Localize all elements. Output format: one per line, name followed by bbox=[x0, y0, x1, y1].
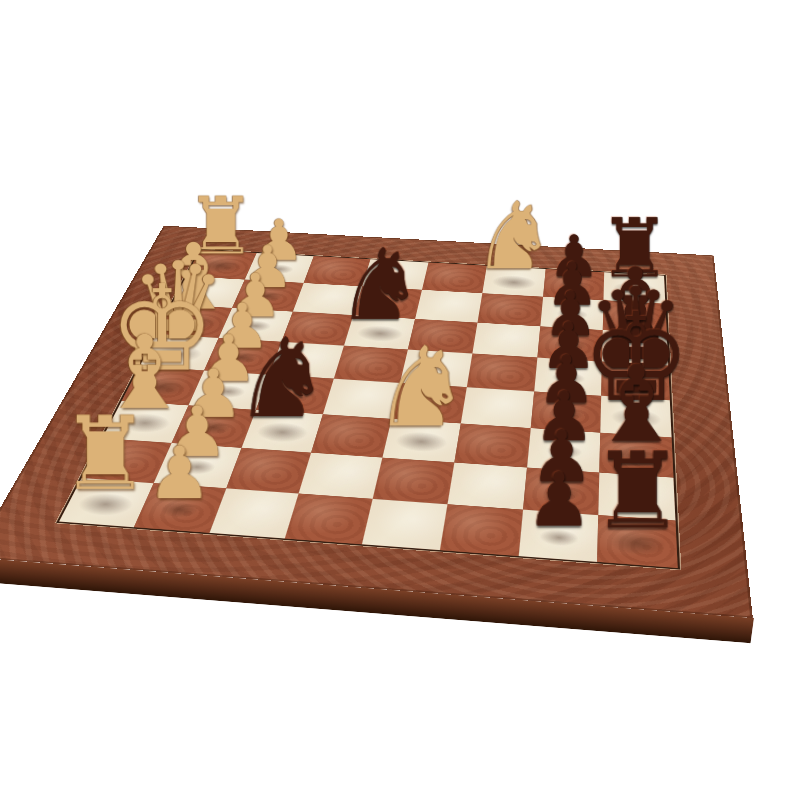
square-e6[interactable] bbox=[461, 387, 534, 428]
square-g5[interactable] bbox=[373, 457, 455, 504]
square-f3[interactable]: ♞ bbox=[241, 410, 323, 453]
white-knight[interactable]: ♞ bbox=[372, 332, 471, 442]
square-g4[interactable] bbox=[299, 452, 383, 499]
square-h5[interactable] bbox=[362, 499, 447, 550]
square-h6[interactable] bbox=[440, 504, 523, 556]
photo-background: ♜♟♞♟♜♟♟♝♟♞♟♝♛♟♟♛♚♟♟♚♝♟♞♞♟♝♟♟♜♟♟♜ bbox=[0, 0, 800, 800]
chess-board: ♜♟♞♟♜♟♟♝♟♞♟♝♛♟♟♛♚♟♟♚♝♟♞♞♟♝♟♟♜♟♟♜ bbox=[0, 226, 753, 618]
square-g6[interactable] bbox=[447, 462, 526, 510]
square-h8[interactable]: ♜ bbox=[597, 515, 677, 568]
square-h3[interactable] bbox=[209, 488, 299, 538]
black-knight[interactable]: ♞ bbox=[233, 324, 331, 433]
white-knight[interactable]: ♞ bbox=[472, 190, 555, 283]
square-h4[interactable] bbox=[285, 494, 373, 545]
black-pawn[interactable]: ♟ bbox=[526, 463, 593, 537]
square-a6[interactable]: ♞ bbox=[482, 266, 545, 297]
square-h7[interactable]: ♟ bbox=[518, 510, 598, 562]
white-rook[interactable]: ♜ bbox=[60, 403, 151, 504]
scene: ♜♟♞♟♜♟♟♝♟♞♟♝♛♟♟♛♚♟♟♚♝♟♞♞♟♝♟♟♜♟♟♜ bbox=[75, 58, 725, 708]
black-rook[interactable]: ♜ bbox=[590, 438, 684, 543]
board-right-edge bbox=[712, 255, 753, 644]
square-b5[interactable] bbox=[415, 290, 482, 323]
black-knight[interactable]: ♞ bbox=[335, 235, 423, 334]
board-front-edge bbox=[0, 557, 754, 643]
white-pawn[interactable]: ♟ bbox=[147, 437, 212, 509]
square-b6[interactable] bbox=[477, 293, 542, 326]
square-f5[interactable]: ♞ bbox=[382, 419, 460, 463]
square-c6[interactable] bbox=[472, 322, 540, 357]
board-field: ♜♟♞♟♜♟♟♝♟♞♟♝♛♟♟♛♚♟♟♚♝♟♞♞♟♝♟♟♜♟♟♜ bbox=[56, 249, 680, 570]
square-g3[interactable] bbox=[226, 448, 312, 494]
square-d6[interactable] bbox=[467, 354, 537, 392]
